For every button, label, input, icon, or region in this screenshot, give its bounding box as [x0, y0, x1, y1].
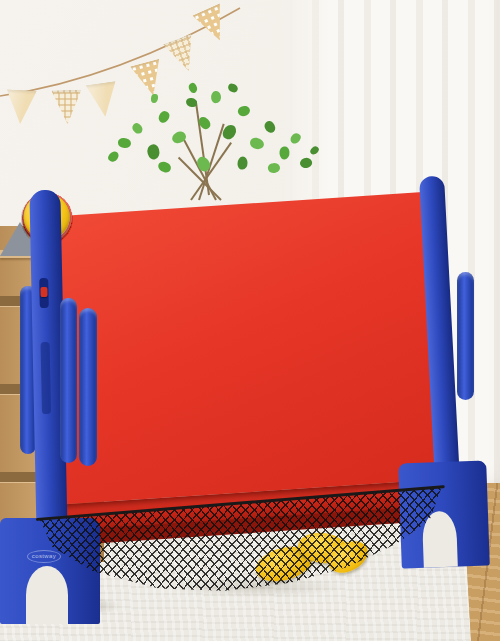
product-photo-giant-connect-four: costway	[0, 0, 500, 641]
yellow-ring-stack	[435, 390, 495, 492]
right-front-post	[457, 272, 474, 400]
plant-leaf	[237, 156, 247, 169]
left-leg-slot-lower	[41, 342, 52, 414]
plant-leaf	[186, 98, 198, 108]
green-ring-stack	[47, 437, 111, 547]
brand-badge: costway	[27, 550, 61, 563]
red-slider-knob	[40, 287, 47, 297]
left-foot-arch	[26, 566, 68, 624]
plant-leaf	[118, 138, 131, 148]
